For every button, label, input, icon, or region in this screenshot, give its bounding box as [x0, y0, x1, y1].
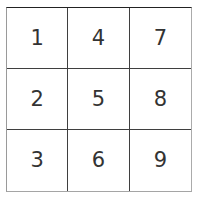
grid-cell-r3c3: 9 [130, 130, 191, 191]
board-grid: 1 4 7 2 5 8 3 6 9 [6, 7, 192, 192]
grid-cell-r1c2: 4 [68, 8, 129, 69]
grid-cell-r3c1: 3 [7, 130, 68, 191]
cell-number: 7 [154, 28, 167, 49]
grid-cell-r2c2: 5 [68, 69, 129, 130]
grid-cell-r2c1: 2 [7, 69, 68, 130]
grid-cell-r1c1: 1 [7, 8, 68, 69]
page-background: 1 4 7 2 5 8 3 6 9 [0, 0, 200, 200]
cell-number: 8 [154, 89, 167, 110]
grid-cell-r3c2: 6 [68, 130, 129, 191]
grid-cell-r1c3: 7 [130, 8, 191, 69]
cell-number: 4 [92, 28, 105, 49]
cell-number: 5 [92, 89, 105, 110]
cell-number: 9 [154, 150, 167, 171]
cell-number: 6 [92, 150, 105, 171]
cell-number: 1 [30, 28, 43, 49]
grid-cell-r2c3: 8 [130, 69, 191, 130]
cell-number: 2 [30, 89, 43, 110]
cell-number: 3 [30, 150, 43, 171]
